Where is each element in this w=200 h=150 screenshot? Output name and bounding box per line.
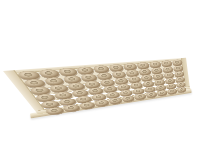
bed-base-platform [3,58,190,115]
product-photo-plate-slat-bed-base [0,0,200,150]
plate-grid [15,59,186,111]
